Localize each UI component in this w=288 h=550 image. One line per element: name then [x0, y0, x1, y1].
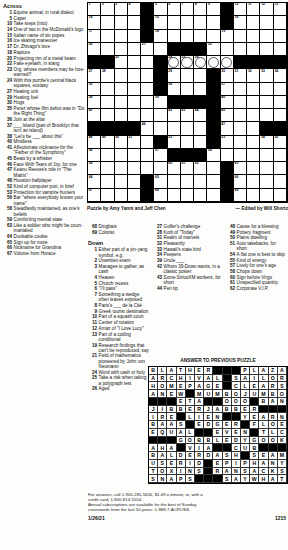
clue-number: 57 [226, 263, 237, 268]
answer-letter-square: A [223, 468, 232, 476]
circled-square[interactable]: 25 [181, 56, 194, 69]
grid-square[interactable] [194, 189, 207, 202]
grid-square[interactable] [274, 109, 287, 122]
grid-square[interactable]: 62 [194, 162, 207, 175]
answer-black-square [250, 398, 259, 406]
grid-square[interactable]: 16 [234, 16, 247, 29]
answer-letter-square: E [204, 413, 213, 421]
clue-text: Pottery fragment [237, 230, 271, 235]
grid-square[interactable] [194, 16, 207, 29]
square-number: 63 [235, 162, 239, 165]
grid-square[interactable] [101, 109, 114, 122]
clue-text: Arnaz of "I Love Lucy" [99, 326, 144, 331]
grid-square[interactable] [247, 175, 260, 188]
clue-text: Something a wedge often leaves exposed [99, 292, 150, 303]
grid-square[interactable] [247, 109, 260, 122]
grid-square[interactable] [274, 96, 287, 109]
grid-square[interactable] [274, 162, 287, 175]
answer-letter-square: E [213, 460, 222, 468]
answer-letter-square: N [278, 398, 287, 406]
grid-square[interactable] [181, 30, 194, 43]
square-number: 58 [208, 149, 212, 152]
grid-square[interactable] [247, 96, 260, 109]
circled-square[interactable]: 26 [194, 56, 207, 69]
clue-number: 52 [3, 184, 14, 189]
grid-square[interactable]: 50 [115, 136, 128, 149]
grid-square[interactable]: 23 [115, 56, 128, 69]
answer-letter-square: A [213, 406, 222, 414]
grid-square[interactable] [168, 122, 181, 135]
circled-square[interactable] [207, 56, 220, 69]
grid-square[interactable]: 69 [234, 189, 247, 202]
black-square [168, 96, 181, 109]
grid-square[interactable] [234, 122, 247, 135]
grid-square[interactable]: 63 [234, 162, 247, 175]
grid-square[interactable] [221, 43, 234, 56]
grid-square[interactable] [115, 175, 128, 188]
previous-answer-header: ANSWER TO PREVIOUS PUZZLE [148, 358, 288, 363]
clue-item: 59Comforting mental state [3, 217, 85, 222]
down-clue-column-2: 27Golfer's challenge28Kotb of "Today"31R… [153, 224, 221, 291]
grid-square[interactable] [260, 30, 273, 43]
grid-square[interactable] [247, 16, 260, 29]
grid-square[interactable] [207, 162, 220, 175]
grid-square[interactable]: 18 [154, 30, 167, 43]
grid-square[interactable]: 13 [274, 3, 287, 16]
grid-square[interactable] [194, 136, 207, 149]
grid-square[interactable] [260, 189, 273, 202]
grid-square[interactable]: 57 [154, 149, 167, 162]
answer-letter-square: A [250, 468, 259, 476]
square-number: 3 [115, 3, 117, 6]
grid-square[interactable]: 8 [194, 3, 207, 16]
clue-item: 54A flat one is best to skip [226, 252, 286, 257]
answer-black-square [177, 413, 186, 421]
grid-square[interactable]: 30 [221, 69, 234, 82]
grid-square[interactable] [115, 16, 128, 29]
grid-square[interactable] [128, 43, 141, 56]
grid-square[interactable] [101, 162, 114, 175]
grid-square[interactable]: 34 [274, 69, 287, 82]
grid-square[interactable]: 11 [247, 3, 260, 16]
grid-square[interactable] [274, 43, 287, 56]
grid-square[interactable]: 36 [168, 83, 181, 96]
grid-square[interactable] [141, 96, 154, 109]
square-number: 34 [274, 70, 278, 73]
clue-text: Join at the altar [14, 117, 45, 122]
clue-number: 17 [3, 44, 14, 49]
answer-letter-square: T [186, 398, 195, 406]
grid-square[interactable] [181, 189, 194, 202]
grid-square[interactable] [101, 16, 114, 29]
answer-letter-square: C [259, 468, 268, 476]
grid-square[interactable] [260, 175, 273, 188]
answer-letter-square: M [213, 390, 222, 398]
grid-square[interactable] [194, 122, 207, 135]
grid-square[interactable]: 43 [181, 109, 194, 122]
grid-square[interactable] [141, 149, 154, 162]
grid-square[interactable] [115, 109, 128, 122]
puzzle-number: 1215 [275, 515, 286, 521]
clue-item: 24With this puzzle's central black squar… [3, 78, 85, 89]
black-square [168, 149, 181, 162]
grid-square[interactable]: 38 [88, 96, 101, 109]
grid-square[interactable]: 42 [168, 109, 181, 122]
grid-square[interactable] [247, 43, 260, 56]
grid-square[interactable] [168, 30, 181, 43]
grid-square[interactable] [115, 162, 128, 175]
clue-item: 20Projecting rim of a metal beam [3, 56, 85, 61]
grid-square[interactable] [154, 122, 167, 135]
grid-square[interactable] [247, 30, 260, 43]
answer-letter-square: R [250, 406, 259, 414]
grid-square[interactable] [101, 43, 114, 56]
grid-square[interactable] [260, 109, 273, 122]
clue-text: Like a soldier who might be court-martia… [14, 223, 85, 234]
answer-black-square [204, 429, 213, 437]
square-number: 28 [102, 70, 106, 73]
answer-letter-square: E [250, 413, 259, 421]
grid-square[interactable] [115, 30, 128, 43]
clue-number: 27 [3, 89, 14, 94]
grid-square[interactable] [274, 175, 287, 188]
answer-letter-square: T [177, 367, 186, 375]
grid-square[interactable] [260, 83, 273, 96]
grid-square[interactable]: 3 [115, 3, 128, 16]
grid-square[interactable] [101, 30, 114, 43]
grid-square[interactable] [181, 83, 194, 96]
answer-letter-square: D [204, 452, 213, 460]
grid-square[interactable]: 52 [168, 136, 181, 149]
grid-square[interactable]: 20 [88, 43, 101, 56]
grid-square[interactable]: 29 [168, 69, 181, 82]
clue-number: 49 [226, 230, 237, 235]
answer-letter-square: A [204, 375, 213, 383]
grid-square[interactable] [181, 122, 194, 135]
crossword-grid[interactable]: 1234567891011121314151617181920212223242… [87, 2, 288, 203]
grid-square[interactable] [168, 175, 181, 188]
grid-square[interactable]: 39 [154, 96, 167, 109]
clue-text: Plains dwelling [237, 235, 267, 240]
answer-letter-square: K [278, 437, 287, 445]
grid-square[interactable] [115, 83, 128, 96]
grid-square[interactable] [234, 83, 247, 96]
grid-square[interactable] [128, 149, 141, 162]
clue-item: 6"I'll pass" [88, 286, 150, 291]
square-number: 60 [168, 162, 172, 165]
grid-square[interactable]: 53 [221, 136, 234, 149]
black-square [207, 136, 220, 149]
square-number: 62 [195, 162, 199, 165]
grid-square[interactable] [168, 189, 181, 202]
square-number: 27 [89, 70, 93, 73]
grid-square[interactable] [141, 56, 154, 69]
grid-square[interactable] [101, 189, 114, 202]
grid-square[interactable]: 60 [168, 162, 181, 175]
grid-square[interactable]: 21 [141, 43, 154, 56]
grid-square[interactable] [115, 69, 128, 82]
grid-square[interactable]: 37 [221, 83, 234, 96]
grid-square[interactable]: 33 [260, 69, 273, 82]
grid-square[interactable] [181, 16, 194, 29]
square-number: 45 [221, 109, 225, 112]
clue-item: 61Unspecified quantity [226, 280, 286, 285]
grid-square[interactable] [115, 96, 128, 109]
grid-square[interactable]: 47 [221, 122, 234, 135]
answer-letter-square: B [269, 390, 278, 398]
grid-square[interactable]: 28 [101, 69, 114, 82]
grid-square[interactable]: 66 [234, 175, 247, 188]
grid-square[interactable] [234, 109, 247, 122]
grid-square[interactable] [260, 96, 273, 109]
grid-square[interactable]: 51 [128, 136, 141, 149]
answer-letter-square: S [177, 421, 186, 429]
square-number: 42 [168, 109, 172, 112]
grid-square[interactable] [247, 149, 260, 162]
grid-square[interactable]: 61 [181, 162, 194, 175]
grid-square[interactable]: 44 [194, 109, 207, 122]
grid-square[interactable] [128, 30, 141, 43]
grid-square[interactable] [207, 175, 220, 188]
answer-letter-square: A [167, 475, 176, 483]
grid-square[interactable] [128, 69, 141, 82]
clue-item: 41Affectionate nickname for the "Father … [3, 145, 85, 156]
grid-square[interactable] [115, 189, 128, 202]
clue-item: 43Some SiriusXM workers, for short [153, 275, 221, 286]
answer-letter-square: K [269, 468, 278, 476]
grid-square[interactable]: 15 [154, 16, 167, 29]
grid-square[interactable] [101, 83, 114, 96]
grid-square[interactable]: 12 [260, 3, 273, 16]
answer-letter-square: P [186, 382, 195, 390]
grid-square[interactable] [247, 136, 260, 149]
grid-square[interactable] [207, 16, 220, 29]
grid-square[interactable] [234, 30, 247, 43]
clue-item: 67Volume from Horace [3, 251, 85, 256]
grid-square[interactable] [260, 149, 273, 162]
grid-square[interactable] [260, 43, 273, 56]
grid-square[interactable] [154, 109, 167, 122]
grid-square[interactable]: 65 [154, 175, 167, 188]
grid-square[interactable]: 22 [207, 43, 220, 56]
clue-number: 40 [3, 139, 14, 144]
grid-square[interactable] [194, 175, 207, 188]
grid-square[interactable]: 4 [128, 3, 141, 16]
grid-square[interactable] [128, 189, 141, 202]
black-square [207, 69, 220, 82]
answer-letter-square: I [195, 413, 204, 421]
clue-text: One of two in the McDonald's logo [14, 27, 84, 32]
grid-square[interactable] [181, 136, 194, 149]
clue-item: 19Research findings that can't be reprod… [88, 343, 150, 354]
grid-square[interactable] [234, 136, 247, 149]
grid-square[interactable] [128, 56, 141, 69]
grid-square[interactable] [194, 83, 207, 96]
grid-square[interactable] [128, 162, 141, 175]
answer-letter-square: L [158, 367, 167, 375]
grid-square[interactable] [247, 122, 260, 135]
answer-black-square [177, 444, 186, 452]
grid-square[interactable]: 14 [88, 16, 101, 29]
answer-black-square [278, 444, 287, 452]
answer-letter-square: R [195, 452, 204, 460]
grid-square[interactable] [274, 149, 287, 162]
grid-square[interactable] [141, 162, 154, 175]
clue-item: 47Keanu Reeves's role in "The Matrix" [3, 167, 85, 178]
grid-square[interactable] [234, 96, 247, 109]
grid-square[interactable]: 1 [88, 3, 101, 16]
grid-square[interactable] [194, 30, 207, 43]
grid-square[interactable]: 10 [234, 3, 247, 16]
clue-text: Heating unit [14, 89, 39, 94]
grid-square[interactable]: 19 [221, 30, 234, 43]
grid-square[interactable] [128, 175, 141, 188]
square-number: 6 [168, 3, 170, 6]
clue-text: Take a risk when taking a polygraph test [99, 375, 150, 386]
clue-item: 2Unwritten exam [88, 258, 150, 263]
grid-square[interactable]: 48 [88, 136, 101, 149]
clue-text: Projecting rim of a metal beam [14, 56, 76, 61]
grid-square[interactable]: 35 [88, 83, 101, 96]
grid-square[interactable] [194, 69, 207, 82]
clue-text: Aged [99, 386, 110, 391]
grid-square[interactable] [154, 43, 167, 56]
grid-square[interactable] [260, 162, 273, 175]
grid-square[interactable]: 54 [260, 136, 273, 149]
grid-square[interactable]: 32 [247, 69, 260, 82]
grid-square[interactable] [247, 83, 260, 96]
grid-square[interactable]: 40 [221, 96, 234, 109]
grid-square[interactable] [274, 16, 287, 29]
black-square [181, 96, 194, 109]
grid-square[interactable] [207, 189, 220, 202]
grid-square[interactable] [115, 43, 128, 56]
clue-text: Org. whose members may be fore-warned? [14, 67, 85, 78]
grid-square[interactable]: 17 [88, 30, 101, 43]
grid-square[interactable] [221, 149, 234, 162]
square-number: 16 [235, 16, 239, 19]
answer-letter-square: A [167, 367, 176, 375]
clue-number: 67 [3, 251, 14, 256]
answer-letter-square: E [223, 421, 232, 429]
grid-square[interactable] [101, 149, 114, 162]
grid-square[interactable]: 64 [88, 175, 101, 188]
grid-square[interactable] [128, 96, 141, 109]
circled-square[interactable] [221, 56, 234, 69]
answer-letter-square: E [167, 460, 176, 468]
grid-square[interactable] [207, 30, 220, 43]
grid-square[interactable] [274, 30, 287, 43]
answer-black-square [250, 429, 259, 437]
answer-black-square [241, 421, 250, 429]
grid-square[interactable] [115, 149, 128, 162]
answer-letter-square: A [259, 382, 268, 390]
clue-number: 14 [3, 27, 14, 32]
clue-item: 53Protection for vampire hunters [3, 190, 85, 195]
grid-square[interactable]: 68 [154, 189, 167, 202]
answer-letter-square: R [269, 382, 278, 390]
grid-square[interactable] [274, 83, 287, 96]
grid-square[interactable]: 31 [234, 69, 247, 82]
square-number: 48 [89, 136, 93, 139]
square-number: 31 [235, 70, 239, 73]
grid-square[interactable] [234, 149, 247, 162]
clue-number: 50 [226, 235, 237, 240]
grid-square[interactable]: 2 [101, 3, 114, 16]
answer-letter-square: L [250, 367, 259, 375]
answer-letter-square: A [213, 452, 222, 460]
grid-square[interactable]: 6 [168, 3, 181, 16]
black-square [88, 56, 101, 69]
grid-square[interactable]: 58 [207, 149, 220, 162]
grid-square[interactable] [154, 162, 167, 175]
answer-letter-square: E [213, 382, 222, 390]
grid-square[interactable]: 67 [88, 189, 101, 202]
grid-square[interactable]: 59 [88, 162, 101, 175]
grid-square[interactable]: 55 [274, 136, 287, 149]
square-number: 32 [248, 70, 252, 73]
grid-square[interactable] [181, 175, 194, 188]
grid-square[interactable] [141, 136, 154, 149]
grid-square[interactable]: 5 [154, 3, 167, 16]
grid-square[interactable]: 49 [101, 136, 114, 149]
black-square [274, 56, 287, 69]
grid-square[interactable] [128, 16, 141, 29]
answer-letter-square: M [167, 382, 176, 390]
puzzle-date: 1/26/21 [88, 515, 105, 521]
grid-square[interactable] [101, 175, 114, 188]
black-square [247, 56, 260, 69]
grid-square[interactable]: 56 [88, 149, 101, 162]
answer-letter-square: E [167, 390, 176, 398]
grid-square[interactable] [181, 69, 194, 82]
grid-square[interactable]: 27 [88, 69, 101, 82]
answer-letter-square: N [158, 475, 167, 483]
clue-number: 5 [88, 281, 99, 286]
grid-square[interactable]: 45 [221, 109, 234, 122]
answer-black-square [195, 475, 204, 483]
clue-number: 32 [153, 241, 164, 246]
answer-letter-square: U [250, 390, 259, 398]
grid-square[interactable] [101, 96, 114, 109]
grid-square[interactable] [141, 83, 154, 96]
grid-square[interactable]: 9 [207, 3, 220, 16]
grid-square[interactable]: 41 [88, 109, 101, 122]
black-square [181, 43, 194, 56]
clue-text: Perez whose film debut was in "Do the Ri… [14, 106, 85, 117]
grid-square[interactable] [234, 43, 247, 56]
circled-square[interactable]: 24 [168, 56, 181, 69]
grid-square[interactable]: 7 [181, 3, 194, 16]
answer-black-square [223, 444, 232, 452]
clue-text: Fake eyelash, in slang [14, 61, 60, 66]
grid-square[interactable] [247, 189, 260, 202]
grid-square[interactable] [128, 109, 141, 122]
grid-square[interactable] [274, 189, 287, 202]
grid-square[interactable]: 46 [141, 122, 154, 135]
grid-square[interactable] [247, 162, 260, 175]
grid-square[interactable] [168, 16, 181, 29]
grid-square[interactable] [128, 83, 141, 96]
square-number: 11 [248, 3, 252, 6]
grid-square[interactable] [141, 109, 154, 122]
clue-number: 36 [3, 117, 14, 122]
clue-item: 18Rapture [3, 50, 85, 55]
clue-item: 48Cause for a blessing [226, 224, 286, 229]
grid-square[interactable] [141, 69, 154, 82]
grid-square[interactable] [260, 16, 273, 29]
clue-number: 12 [88, 326, 99, 331]
